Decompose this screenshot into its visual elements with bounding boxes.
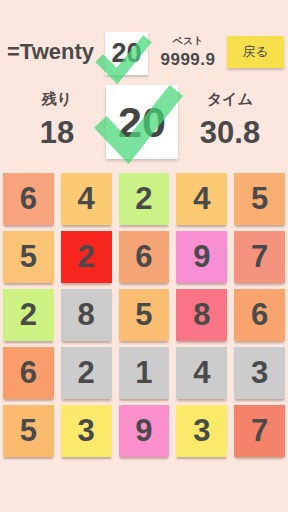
tile-grid: 6424552697285866214353937 xyxy=(3,173,285,457)
time-value: 30.8 xyxy=(190,115,270,151)
tile[interactable]: 3 xyxy=(234,347,285,399)
best-label: ベスト xyxy=(157,34,219,48)
best-value: 9999.9 xyxy=(157,50,219,70)
tile[interactable]: 9 xyxy=(119,405,170,457)
tile[interactable]: 5 xyxy=(119,289,170,341)
tile[interactable]: 6 xyxy=(3,173,54,225)
tile[interactable]: 3 xyxy=(176,405,227,457)
current-sum-tile: 20 xyxy=(106,85,178,159)
tile[interactable]: 8 xyxy=(61,289,112,341)
time-block: タイム 30.8 xyxy=(190,90,270,151)
tile[interactable]: 2 xyxy=(3,289,54,341)
tile[interactable]: 4 xyxy=(176,173,227,225)
tile[interactable]: 2 xyxy=(119,173,170,225)
tile[interactable]: 8 xyxy=(176,289,227,341)
tile[interactable]: 2 xyxy=(61,347,112,399)
back-button[interactable]: 戻る xyxy=(227,36,284,68)
tile[interactable]: 4 xyxy=(176,347,227,399)
tile[interactable]: 9 xyxy=(176,231,227,283)
best-score-block: ベスト 9999.9 xyxy=(157,34,219,70)
tile[interactable]: 4 xyxy=(61,173,112,225)
tile[interactable]: 6 xyxy=(119,231,170,283)
tile[interactable]: 2 xyxy=(61,231,112,283)
tile[interactable]: 1 xyxy=(119,347,170,399)
app-title: =Twenty xyxy=(7,39,94,65)
time-label: タイム xyxy=(190,90,270,109)
current-sum-number: 20 xyxy=(118,98,166,147)
remaining-block: 残り 18 xyxy=(17,90,97,151)
tile[interactable]: 7 xyxy=(234,231,285,283)
tile[interactable]: 5 xyxy=(3,405,54,457)
tile[interactable]: 5 xyxy=(3,231,54,283)
tile[interactable]: 7 xyxy=(234,405,285,457)
remaining-label: 残り xyxy=(17,90,97,109)
tile[interactable]: 5 xyxy=(234,173,285,225)
target-number-tile: 20 xyxy=(105,32,148,75)
tile[interactable]: 6 xyxy=(3,347,54,399)
target-number: 20 xyxy=(111,38,141,69)
tile[interactable]: 3 xyxy=(61,405,112,457)
remaining-value: 18 xyxy=(17,115,97,151)
tile[interactable]: 6 xyxy=(234,289,285,341)
